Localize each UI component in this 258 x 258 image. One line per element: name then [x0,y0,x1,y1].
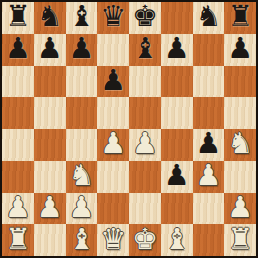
square-a4[interactable] [2,129,34,161]
square-f7[interactable]: ♟ [161,34,193,66]
square-a7[interactable]: ♟ [2,34,34,66]
square-h4[interactable]: ♞ [224,129,256,161]
black-pawn-piece[interactable]: ♟ [164,161,190,190]
white-pawn-piece[interactable]: ♟ [227,193,253,222]
white-pawn-piece[interactable]: ♟ [132,129,158,158]
square-h8[interactable]: ♜ [224,2,256,34]
chess-board: ♜♞♝♛♚♞♜♟♟♟♝♟♟♟♟♟♟♞♞♟♟♟♟♟♟♜♝♛♚♝♜ [2,2,256,256]
square-e5[interactable] [129,97,161,129]
square-e7[interactable]: ♝ [129,34,161,66]
black-pawn-piece[interactable]: ♟ [100,66,126,95]
square-a2[interactable]: ♟ [2,193,34,225]
white-queen-piece[interactable]: ♛ [100,225,126,254]
square-h2[interactable]: ♟ [224,193,256,225]
white-pawn-piece[interactable]: ♟ [100,129,126,158]
square-b2[interactable]: ♟ [34,193,66,225]
black-pawn-piece[interactable]: ♟ [37,34,63,63]
white-pawn-piece[interactable]: ♟ [37,193,63,222]
square-c6[interactable] [66,66,98,98]
square-b1[interactable] [34,224,66,256]
square-g6[interactable] [193,66,225,98]
square-e8[interactable]: ♚ [129,2,161,34]
white-bishop-piece[interactable]: ♝ [68,225,94,254]
square-h5[interactable] [224,97,256,129]
square-c7[interactable]: ♟ [66,34,98,66]
square-h7[interactable]: ♟ [224,34,256,66]
square-b4[interactable] [34,129,66,161]
square-g7[interactable] [193,34,225,66]
square-b8[interactable]: ♞ [34,2,66,34]
square-g2[interactable] [193,193,225,225]
black-pawn-piece[interactable]: ♟ [5,34,31,63]
square-g4[interactable]: ♟ [193,129,225,161]
square-e3[interactable] [129,161,161,193]
black-bishop-piece[interactable]: ♝ [132,34,158,63]
square-e2[interactable] [129,193,161,225]
black-pawn-piece[interactable]: ♟ [227,34,253,63]
square-h6[interactable] [224,66,256,98]
square-h3[interactable] [224,161,256,193]
square-f5[interactable] [161,97,193,129]
square-f6[interactable] [161,66,193,98]
black-rook-piece[interactable]: ♜ [227,2,253,31]
square-a3[interactable] [2,161,34,193]
square-d2[interactable] [97,193,129,225]
black-knight-piece[interactable]: ♞ [195,2,221,31]
black-rook-piece[interactable]: ♜ [5,2,31,31]
square-c3[interactable]: ♞ [66,161,98,193]
square-c2[interactable]: ♟ [66,193,98,225]
square-d7[interactable] [97,34,129,66]
black-bishop-piece[interactable]: ♝ [68,2,94,31]
white-pawn-piece[interactable]: ♟ [5,193,31,222]
square-d5[interactable] [97,97,129,129]
square-f3[interactable]: ♟ [161,161,193,193]
white-pawn-piece[interactable]: ♟ [68,193,94,222]
black-pawn-piece[interactable]: ♟ [164,34,190,63]
square-c4[interactable] [66,129,98,161]
square-f4[interactable] [161,129,193,161]
square-e4[interactable]: ♟ [129,129,161,161]
white-knight-piece[interactable]: ♞ [227,129,253,158]
square-g8[interactable]: ♞ [193,2,225,34]
square-b5[interactable] [34,97,66,129]
black-king-piece[interactable]: ♚ [132,2,158,31]
black-pawn-piece[interactable]: ♟ [195,129,221,158]
black-knight-piece[interactable]: ♞ [37,2,63,31]
white-rook-piece[interactable]: ♜ [5,225,31,254]
chess-board-frame: ♜♞♝♛♚♞♜♟♟♟♝♟♟♟♟♟♟♞♞♟♟♟♟♟♟♜♝♛♚♝♜ [0,0,258,258]
white-pawn-piece[interactable]: ♟ [195,161,221,190]
square-f1[interactable]: ♝ [161,224,193,256]
square-c1[interactable]: ♝ [66,224,98,256]
square-a8[interactable]: ♜ [2,2,34,34]
white-bishop-piece[interactable]: ♝ [164,225,190,254]
square-d3[interactable] [97,161,129,193]
square-c8[interactable]: ♝ [66,2,98,34]
white-knight-piece[interactable]: ♞ [68,161,94,190]
black-pawn-piece[interactable]: ♟ [68,34,94,63]
square-c5[interactable] [66,97,98,129]
square-b3[interactable] [34,161,66,193]
square-d8[interactable]: ♛ [97,2,129,34]
square-b7[interactable]: ♟ [34,34,66,66]
white-rook-piece[interactable]: ♜ [227,225,253,254]
square-g5[interactable] [193,97,225,129]
square-d6[interactable]: ♟ [97,66,129,98]
square-d1[interactable]: ♛ [97,224,129,256]
square-g3[interactable]: ♟ [193,161,225,193]
square-a1[interactable]: ♜ [2,224,34,256]
square-h1[interactable]: ♜ [224,224,256,256]
white-king-piece[interactable]: ♚ [132,225,158,254]
square-e6[interactable] [129,66,161,98]
black-queen-piece[interactable]: ♛ [100,2,126,31]
square-e1[interactable]: ♚ [129,224,161,256]
square-b6[interactable] [34,66,66,98]
square-f8[interactable] [161,2,193,34]
square-f2[interactable] [161,193,193,225]
square-a5[interactable] [2,97,34,129]
square-d4[interactable]: ♟ [97,129,129,161]
square-g1[interactable] [193,224,225,256]
square-a6[interactable] [2,66,34,98]
